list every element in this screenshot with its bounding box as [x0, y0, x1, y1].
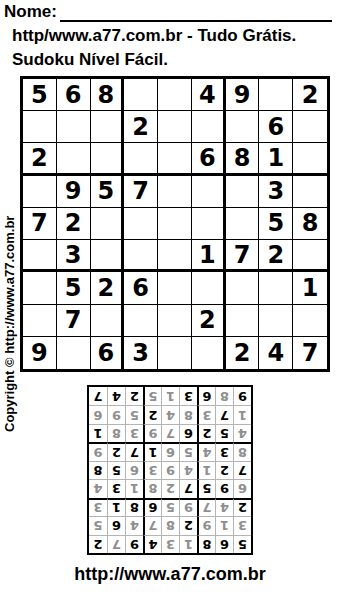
puzzle-cell-r7c2[interactable]: 5	[57, 272, 91, 304]
puzzle-cell-r2c8[interactable]: 6	[259, 111, 293, 143]
puzzle-cell-r6c4[interactable]	[124, 240, 158, 272]
solution-cell-r7c1: 4	[233, 424, 251, 442]
puzzle-cell-r5c3[interactable]	[91, 208, 125, 240]
solution-cell-r2c2: 1	[215, 516, 233, 534]
puzzle-cell-r4c4[interactable]: 7	[124, 176, 158, 208]
puzzle-cell-r9c7[interactable]: 2	[226, 337, 260, 369]
solution-cell-r3c7: 8	[125, 498, 143, 516]
puzzle-cell-r8c2[interactable]: 7	[57, 305, 91, 337]
name-row: Nome:	[4, 2, 332, 22]
solution-cell-r9c3: 6	[197, 387, 215, 405]
puzzle-cell-r7c5[interactable]	[158, 272, 192, 304]
solution-cell-r4c4: 7	[179, 479, 197, 497]
puzzle-cell-r6c3[interactable]	[91, 240, 125, 272]
solution-cell-r8c2: 7	[215, 405, 233, 423]
puzzle-cell-r9c5[interactable]	[158, 337, 192, 369]
solution-cell-r9c5: 1	[161, 387, 179, 405]
solution-cell-r6c5: 6	[161, 442, 179, 460]
solution-cell-r9c7: 2	[125, 387, 143, 405]
solution-cell-r6c3: 4	[197, 442, 215, 460]
solution-cell-r3c3: 7	[197, 498, 215, 516]
solution-cell-r5c6: 3	[143, 461, 161, 479]
solution-cell-r2c4: 2	[179, 516, 197, 534]
puzzle-cell-r7c3[interactable]: 2	[91, 272, 125, 304]
solution-cell-r6c2: 3	[215, 442, 233, 460]
puzzle-cell-r1c3[interactable]: 8	[91, 79, 125, 111]
solution-cell-r8c3: 3	[197, 405, 215, 423]
solution-cell-r4c8: 3	[107, 479, 125, 497]
solution-cell-r9c9: 7	[89, 387, 107, 405]
puzzle-cell-r5c7[interactable]	[226, 208, 260, 240]
puzzle-cell-r1c4[interactable]	[124, 79, 158, 111]
solution-cell-r7c3: 2	[197, 424, 215, 442]
solution-cell-r7c8: 8	[107, 424, 125, 442]
puzzle-cell-r2c3[interactable]	[91, 111, 125, 143]
solution-cell-r3c4: 9	[179, 498, 197, 516]
puzzle-cell-r1c2[interactable]: 6	[57, 79, 91, 111]
puzzle-cell-r3c2[interactable]	[57, 143, 91, 175]
solution-cell-r6c7: 7	[125, 442, 143, 460]
puzzle-cell-r7c4[interactable]: 6	[124, 272, 158, 304]
puzzle-cell-r1c6[interactable]: 4	[192, 79, 226, 111]
puzzle-cell-r5c2[interactable]: 2	[57, 208, 91, 240]
puzzle-cell-r2c1[interactable]	[23, 111, 57, 143]
solution-cell-r1c7: 9	[125, 535, 143, 553]
solution-cell-r3c2: 4	[215, 498, 233, 516]
puzzle-cell-r4c8[interactable]: 3	[259, 176, 293, 208]
site-header: http/www.a77.com.br - Tudo Grátis.	[12, 26, 296, 46]
solution-cell-r6c9: 9	[89, 442, 107, 460]
name-field-line[interactable]	[60, 3, 332, 22]
puzzle-cell-r1c8[interactable]	[259, 79, 293, 111]
puzzle-cell-r8c6[interactable]: 2	[192, 305, 226, 337]
puzzle-cell-r1c7[interactable]: 9	[226, 79, 260, 111]
puzzle-cell-r9c2[interactable]	[57, 337, 91, 369]
puzzle-cell-r2c2[interactable]	[57, 111, 91, 143]
solution-cell-r1c9: 2	[89, 535, 107, 553]
solution-cell-r5c8: 5	[107, 461, 125, 479]
solution-cell-r8c7: 5	[125, 405, 143, 423]
puzzle-cell-r4c2[interactable]: 9	[57, 176, 91, 208]
solution-cell-r6c4: 5	[179, 442, 197, 460]
puzzle-cell-r2c7[interactable]	[226, 111, 260, 143]
solution-cell-r5c3: 1	[197, 461, 215, 479]
puzzle-cell-r9c1[interactable]: 9	[23, 337, 57, 369]
solution-cell-r4c1: 6	[233, 479, 251, 497]
solution-cell-r4c3: 5	[197, 479, 215, 497]
page-title: Sudoku Nível Fácil.	[12, 50, 168, 70]
solution-cell-r8c5: 4	[161, 405, 179, 423]
solution-cell-r7c2: 5	[215, 424, 233, 442]
solution-cell-r7c7: 3	[125, 424, 143, 442]
puzzle-cell-r5c9[interactable]: 8	[293, 208, 327, 240]
puzzle-cell-r3c3[interactable]	[91, 143, 125, 175]
solution-cell-r8c9: 6	[89, 405, 107, 423]
solution-cell-r4c9: 4	[89, 479, 107, 497]
solution-cell-r7c5: 7	[161, 424, 179, 442]
solution-cell-r1c3: 8	[197, 535, 215, 553]
solution-cell-r6c6: 1	[143, 442, 161, 460]
puzzle-cell-r2c4[interactable]: 2	[124, 111, 158, 143]
main-grid: 568492262681957372583172526172963247	[20, 76, 330, 372]
puzzle-cell-r9c6[interactable]	[192, 337, 226, 369]
puzzle-cell-r8c3[interactable]	[91, 305, 125, 337]
puzzle-cell-r6c5[interactable]	[158, 240, 192, 272]
solution-cell-r4c2: 9	[215, 479, 233, 497]
solution-cell-r5c9: 8	[89, 461, 107, 479]
solution-cell-r4c7: 1	[125, 479, 143, 497]
puzzle-cell-r1c1[interactable]: 5	[23, 79, 57, 111]
solution-cell-r8c4: 8	[179, 405, 197, 423]
puzzle-cell-r5c5[interactable]	[158, 208, 192, 240]
solution-cell-r1c1: 5	[233, 535, 251, 553]
puzzle-cell-r9c8[interactable]: 4	[259, 337, 293, 369]
solution-cell-r5c4: 4	[179, 461, 197, 479]
solution-cell-r9c2: 8	[215, 387, 233, 405]
solution-cell-r8c6: 2	[143, 405, 161, 423]
puzzle-cell-r6c9[interactable]	[293, 240, 327, 272]
solution-cell-r4c6: 8	[143, 479, 161, 497]
puzzle-cell-r7c8[interactable]	[259, 272, 293, 304]
puzzle-cell-r2c9[interactable]	[293, 111, 327, 143]
solution-cell-r9c6: 5	[143, 387, 161, 405]
copyright-text: Copyright © http://www.a77.com.br	[2, 80, 17, 432]
puzzle-cell-r3c7[interactable]: 8	[226, 143, 260, 175]
puzzle-cell-r3c5[interactable]	[158, 143, 192, 175]
puzzle-cell-r3c9[interactable]	[293, 143, 327, 175]
solution-cell-r3c5: 5	[161, 498, 179, 516]
solution-cell-r8c1: 1	[233, 405, 251, 423]
puzzle-cell-r7c1[interactable]	[23, 272, 57, 304]
solution-cell-r5c5: 9	[161, 461, 179, 479]
puzzle-cell-r3c8[interactable]: 1	[259, 143, 293, 175]
puzzle-cell-r4c7[interactable]	[226, 176, 260, 208]
solution-cell-r6c1: 8	[233, 442, 251, 460]
solution-cell-r7c6: 9	[143, 424, 161, 442]
puzzle-cell-r1c9[interactable]: 2	[293, 79, 327, 111]
solution-cell-r9c8: 4	[107, 387, 125, 405]
puzzle-cell-r9c4[interactable]: 3	[124, 337, 158, 369]
puzzle-cell-r7c9[interactable]: 1	[293, 272, 327, 304]
puzzle-cell-r8c5[interactable]	[158, 305, 192, 337]
puzzle-cell-r8c9[interactable]	[293, 305, 327, 337]
puzzle-cell-r4c9[interactable]	[293, 176, 327, 208]
solution-cell-r6c8: 2	[107, 442, 125, 460]
puzzle-cell-r5c1[interactable]: 7	[23, 208, 57, 240]
solution-cell-r4c5: 2	[161, 479, 179, 497]
puzzle-cell-r5c4[interactable]	[124, 208, 158, 240]
solution-cell-r1c2: 6	[215, 535, 233, 553]
puzzle-cell-r8c1[interactable]	[23, 305, 57, 337]
puzzle-cell-r3c4[interactable]	[124, 143, 158, 175]
puzzle-cell-r8c7[interactable]	[226, 305, 260, 337]
puzzle-cell-r6c2[interactable]: 3	[57, 240, 91, 272]
solution-cell-r5c7: 6	[125, 461, 143, 479]
solution-cell-r1c8: 7	[107, 535, 125, 553]
solution-cell-r7c9: 1	[89, 424, 107, 442]
puzzle-cell-r4c3[interactable]: 5	[91, 176, 125, 208]
solution-cell-r7c4: 6	[179, 424, 197, 442]
puzzle-cell-r6c8[interactable]: 2	[259, 240, 293, 272]
puzzle-cell-r8c8[interactable]	[259, 305, 293, 337]
solution-cell-r2c9: 5	[89, 516, 107, 534]
puzzle-cell-r9c3[interactable]: 6	[91, 337, 125, 369]
solution-grid: 5681349723192874652479568136957281347214…	[87, 385, 253, 555]
puzzle-cell-r3c6[interactable]: 6	[192, 143, 226, 175]
solution-cell-r2c7: 4	[125, 516, 143, 534]
puzzle-cell-r4c6[interactable]	[192, 176, 226, 208]
solution-cell-r1c5: 3	[161, 535, 179, 553]
puzzle-cell-r4c5[interactable]	[158, 176, 192, 208]
solution-cell-r1c6: 4	[143, 535, 161, 553]
puzzle-cell-r7c7[interactable]	[226, 272, 260, 304]
solution-cell-r5c1: 7	[233, 461, 251, 479]
solution-cell-r8c8: 9	[107, 405, 125, 423]
puzzle-cell-r9c9[interactable]: 7	[293, 337, 327, 369]
sudoku-page: Nome: http/www.a77.com.br - Tudo Grátis.…	[0, 0, 340, 596]
solution-cell-r3c6: 6	[143, 498, 161, 516]
solution-cell-r9c1: 9	[233, 387, 251, 405]
footer-url: http://www.a77.com.br	[0, 564, 340, 585]
solution-cell-r2c1: 3	[233, 516, 251, 534]
puzzle-cell-r7c6[interactable]	[192, 272, 226, 304]
puzzle-cell-r6c1[interactable]	[23, 240, 57, 272]
solution-cell-r3c8: 1	[107, 498, 125, 516]
solution-cell-r2c5: 8	[161, 516, 179, 534]
puzzle-cell-r2c5[interactable]	[158, 111, 192, 143]
puzzle-cell-r3c1[interactable]: 2	[23, 143, 57, 175]
solution-cell-r1c4: 1	[179, 535, 197, 553]
puzzle-cell-r4c1[interactable]	[23, 176, 57, 208]
puzzle-cell-r5c6[interactable]	[192, 208, 226, 240]
puzzle-cell-r8c4[interactable]	[124, 305, 158, 337]
puzzle-cell-r5c8[interactable]: 5	[259, 208, 293, 240]
solution-cell-r3c9: 3	[89, 498, 107, 516]
puzzle-cell-r2c6[interactable]	[192, 111, 226, 143]
solution-cell-r9c4: 3	[179, 387, 197, 405]
puzzle-cell-r6c7[interactable]: 7	[226, 240, 260, 272]
puzzle-cell-r1c5[interactable]	[158, 79, 192, 111]
puzzle-cell-r6c6[interactable]: 1	[192, 240, 226, 272]
solution-cell-r5c2: 2	[215, 461, 233, 479]
solution-cell-r2c6: 7	[143, 516, 161, 534]
solution-cell-r2c8: 6	[107, 516, 125, 534]
name-label: Nome:	[4, 2, 57, 22]
solution-cell-r2c3: 9	[197, 516, 215, 534]
solution-cell-r3c1: 2	[233, 498, 251, 516]
